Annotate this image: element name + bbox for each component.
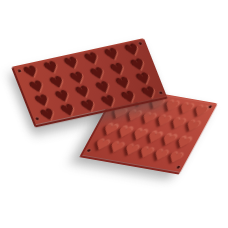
heart-cavity: ♥ (137, 85, 163, 104)
corner-hole (176, 165, 181, 168)
corner-hole (208, 105, 213, 108)
corner-hole (138, 42, 142, 45)
corner-hole (159, 91, 163, 94)
product-photo: ♥♥♥♥♥♥♥♥♥♥♥♥♥♥♥♥♥♥♥♥♥♥♥♥ ♥♥♥♥♥♥♥♥♥♥♥♥♥♥♥… (0, 0, 228, 228)
